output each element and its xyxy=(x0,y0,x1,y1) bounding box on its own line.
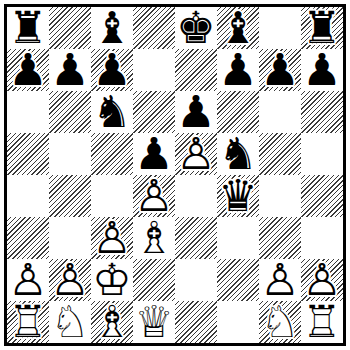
piece-white-pawn[interactable]: ♟♙ xyxy=(301,259,343,301)
piece-glyph: ♘ xyxy=(259,301,301,343)
square-a7[interactable]: ♟♟ xyxy=(7,49,49,91)
piece-glyph: ♖ xyxy=(7,301,49,343)
square-b5[interactable] xyxy=(49,133,91,175)
piece-glyph: ♟ xyxy=(217,49,259,91)
piece-black-knight[interactable]: ♞♞ xyxy=(217,133,259,175)
piece-black-queen[interactable]: ♛♛ xyxy=(217,175,259,217)
square-b2[interactable]: ♟♙ xyxy=(49,259,91,301)
square-b6[interactable] xyxy=(49,91,91,133)
square-f7[interactable]: ♟♟ xyxy=(217,49,259,91)
square-d3[interactable]: ♝♗ xyxy=(133,217,175,259)
square-e2[interactable] xyxy=(175,259,217,301)
square-g2[interactable]: ♟♙ xyxy=(259,259,301,301)
piece-glyph: ♟ xyxy=(91,49,133,91)
piece-glyph: ♟ xyxy=(7,49,49,91)
piece-glyph: ♘ xyxy=(49,301,91,343)
piece-white-knight[interactable]: ♞♘ xyxy=(49,301,91,343)
square-f1[interactable] xyxy=(217,301,259,343)
square-b4[interactable] xyxy=(49,175,91,217)
piece-white-queen[interactable]: ♛♕ xyxy=(133,301,175,343)
square-h2[interactable]: ♟♙ xyxy=(301,259,343,301)
square-c6[interactable]: ♞♞ xyxy=(91,91,133,133)
piece-glyph: ♚ xyxy=(175,7,217,49)
piece-white-rook[interactable]: ♜♖ xyxy=(301,301,343,343)
piece-white-pawn[interactable]: ♟♙ xyxy=(259,259,301,301)
square-h7[interactable]: ♟♟ xyxy=(301,49,343,91)
square-g6[interactable] xyxy=(259,91,301,133)
square-d8[interactable] xyxy=(133,7,175,49)
square-d1[interactable]: ♛♕ xyxy=(133,301,175,343)
piece-glyph: ♟ xyxy=(175,91,217,133)
piece-white-king[interactable]: ♚♔ xyxy=(91,259,133,301)
piece-black-pawn[interactable]: ♟♟ xyxy=(301,49,343,91)
square-a2[interactable]: ♟♙ xyxy=(7,259,49,301)
piece-black-pawn[interactable]: ♟♟ xyxy=(91,49,133,91)
square-d5[interactable]: ♟♟ xyxy=(133,133,175,175)
piece-white-pawn[interactable]: ♟♙ xyxy=(49,259,91,301)
piece-glyph: ♟ xyxy=(49,49,91,91)
square-g8[interactable] xyxy=(259,7,301,49)
square-c7[interactable]: ♟♟ xyxy=(91,49,133,91)
piece-glyph: ♛ xyxy=(217,175,259,217)
square-d7[interactable] xyxy=(133,49,175,91)
chess-diagram-page: ♜♜♝♝♚♚♝♝♜♜♟♟♟♟♟♟♟♟♟♟♟♟♞♞♟♟♟♟♟♙♞♞♟♙♛♛♟♙♝♗… xyxy=(0,0,350,350)
piece-glyph: ♞ xyxy=(217,133,259,175)
piece-black-pawn[interactable]: ♟♟ xyxy=(217,49,259,91)
piece-black-pawn[interactable]: ♟♟ xyxy=(7,49,49,91)
piece-black-rook[interactable]: ♜♜ xyxy=(7,7,49,49)
square-g1[interactable]: ♞♘ xyxy=(259,301,301,343)
piece-black-pawn[interactable]: ♟♟ xyxy=(49,49,91,91)
square-c2[interactable]: ♚♔ xyxy=(91,259,133,301)
square-e3[interactable] xyxy=(175,217,217,259)
piece-glyph: ♝ xyxy=(91,7,133,49)
piece-glyph: ♔ xyxy=(91,259,133,301)
piece-black-pawn[interactable]: ♟♟ xyxy=(259,49,301,91)
piece-glyph: ♖ xyxy=(301,301,343,343)
piece-white-knight[interactable]: ♞♘ xyxy=(259,301,301,343)
square-h6[interactable] xyxy=(301,91,343,133)
piece-glyph: ♝ xyxy=(217,7,259,49)
piece-white-bishop[interactable]: ♝♗ xyxy=(133,217,175,259)
piece-glyph: ♟ xyxy=(301,49,343,91)
piece-glyph: ♟ xyxy=(259,49,301,91)
piece-black-knight[interactable]: ♞♞ xyxy=(91,91,133,133)
piece-glyph: ♜ xyxy=(7,7,49,49)
piece-black-rook[interactable]: ♜♜ xyxy=(301,7,343,49)
square-f5[interactable]: ♞♞ xyxy=(217,133,259,175)
piece-glyph: ♟ xyxy=(133,133,175,175)
square-f4[interactable]: ♛♛ xyxy=(217,175,259,217)
square-h3[interactable] xyxy=(301,217,343,259)
square-d2[interactable] xyxy=(133,259,175,301)
square-e8[interactable]: ♚♚ xyxy=(175,7,217,49)
piece-glyph: ♗ xyxy=(133,217,175,259)
piece-glyph: ♙ xyxy=(7,259,49,301)
square-h8[interactable]: ♜♜ xyxy=(301,7,343,49)
square-b3[interactable] xyxy=(49,217,91,259)
square-e6[interactable]: ♟♟ xyxy=(175,91,217,133)
piece-glyph: ♙ xyxy=(133,175,175,217)
square-h1[interactable]: ♜♖ xyxy=(301,301,343,343)
square-c5[interactable] xyxy=(91,133,133,175)
piece-black-pawn[interactable]: ♟♟ xyxy=(133,133,175,175)
square-f6[interactable] xyxy=(217,91,259,133)
square-a8[interactable]: ♜♜ xyxy=(7,7,49,49)
piece-glyph: ♕ xyxy=(133,301,175,343)
square-c8[interactable]: ♝♝ xyxy=(91,7,133,49)
piece-white-pawn[interactable]: ♟♙ xyxy=(91,217,133,259)
square-c1[interactable]: ♝♗ xyxy=(91,301,133,343)
piece-glyph: ♙ xyxy=(175,133,217,175)
piece-glyph: ♙ xyxy=(91,217,133,259)
square-a5[interactable] xyxy=(7,133,49,175)
piece-white-rook[interactable]: ♜♖ xyxy=(7,301,49,343)
square-f2[interactable] xyxy=(217,259,259,301)
square-g3[interactable] xyxy=(259,217,301,259)
square-d4[interactable]: ♟♙ xyxy=(133,175,175,217)
piece-glyph: ♞ xyxy=(91,91,133,133)
square-a3[interactable] xyxy=(7,217,49,259)
piece-white-pawn[interactable]: ♟♙ xyxy=(133,175,175,217)
square-e5[interactable]: ♟♙ xyxy=(175,133,217,175)
square-h5[interactable] xyxy=(301,133,343,175)
square-g5[interactable] xyxy=(259,133,301,175)
square-a6[interactable] xyxy=(7,91,49,133)
piece-glyph: ♙ xyxy=(49,259,91,301)
square-e1[interactable] xyxy=(175,301,217,343)
square-g4[interactable] xyxy=(259,175,301,217)
square-f8[interactable]: ♝♝ xyxy=(217,7,259,49)
piece-glyph: ♜ xyxy=(301,7,343,49)
square-a1[interactable]: ♜♖ xyxy=(7,301,49,343)
square-h4[interactable] xyxy=(301,175,343,217)
piece-white-pawn[interactable]: ♟♙ xyxy=(7,259,49,301)
chess-board: ♜♜♝♝♚♚♝♝♜♜♟♟♟♟♟♟♟♟♟♟♟♟♞♞♟♟♟♟♟♙♞♞♟♙♛♛♟♙♝♗… xyxy=(7,7,343,343)
piece-glyph: ♗ xyxy=(91,301,133,343)
piece-white-bishop[interactable]: ♝♗ xyxy=(91,301,133,343)
square-c3[interactable]: ♟♙ xyxy=(91,217,133,259)
piece-glyph: ♙ xyxy=(301,259,343,301)
piece-black-king[interactable]: ♚♚ xyxy=(175,7,217,49)
square-g7[interactable]: ♟♟ xyxy=(259,49,301,91)
square-b1[interactable]: ♞♘ xyxy=(49,301,91,343)
piece-white-pawn[interactable]: ♟♙ xyxy=(175,133,217,175)
piece-glyph: ♙ xyxy=(259,259,301,301)
square-b7[interactable]: ♟♟ xyxy=(49,49,91,91)
square-e7[interactable] xyxy=(175,49,217,91)
piece-black-bishop[interactable]: ♝♝ xyxy=(217,7,259,49)
square-e4[interactable] xyxy=(175,175,217,217)
square-b8[interactable] xyxy=(49,7,91,49)
square-d6[interactable] xyxy=(133,91,175,133)
square-a4[interactable] xyxy=(7,175,49,217)
chess-board-frame: ♜♜♝♝♚♚♝♝♜♜♟♟♟♟♟♟♟♟♟♟♟♟♞♞♟♟♟♟♟♙♞♞♟♙♛♛♟♙♝♗… xyxy=(4,4,346,346)
piece-black-pawn[interactable]: ♟♟ xyxy=(175,91,217,133)
square-c4[interactable] xyxy=(91,175,133,217)
square-f3[interactable] xyxy=(217,217,259,259)
piece-black-bishop[interactable]: ♝♝ xyxy=(91,7,133,49)
